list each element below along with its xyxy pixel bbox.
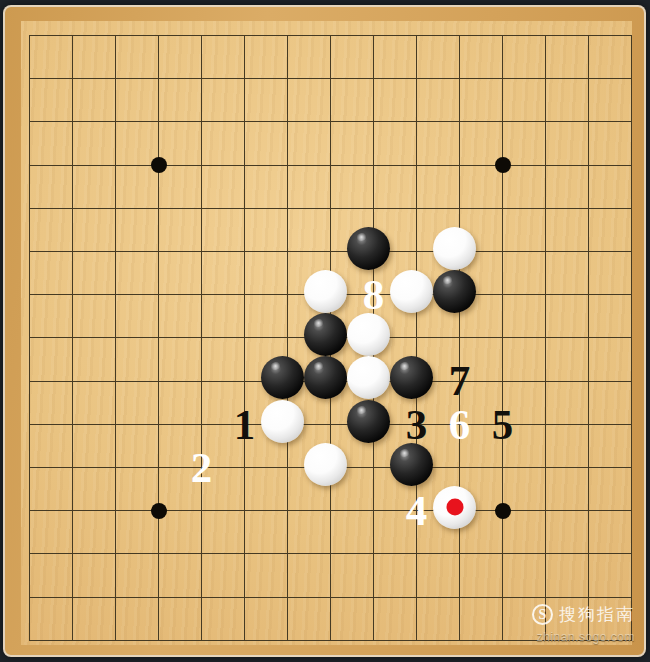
- white-stone: [347, 313, 390, 356]
- black-stone: [390, 356, 433, 399]
- black-stone: [433, 270, 476, 313]
- move-label-8: 8: [363, 273, 385, 316]
- move-label-5: 5: [492, 403, 514, 446]
- sogou-logo-icon: S: [532, 604, 553, 625]
- last-move-red-dot: [446, 499, 463, 516]
- white-stone: [261, 400, 304, 443]
- move-label-6: 6: [449, 403, 471, 446]
- white-stone: [304, 270, 347, 313]
- move-label-3: 3: [406, 403, 428, 446]
- move-label-1: 1: [234, 403, 256, 446]
- watermark: S 搜狗指南 zhinan.sogo.com: [532, 603, 635, 644]
- white-stone: [390, 270, 433, 313]
- move-label-7: 7: [449, 359, 471, 402]
- watermark-brand: 搜狗指南: [559, 603, 635, 626]
- black-stone: [261, 356, 304, 399]
- watermark-url: zhinan.sogo.com: [537, 630, 635, 644]
- black-stone: [390, 443, 433, 486]
- black-stone: [347, 400, 390, 443]
- move-label-4: 4: [406, 489, 428, 532]
- pieces-layer: 12345678: [8, 14, 650, 662]
- white-stone: [433, 486, 476, 529]
- gomoku-board[interactable]: 12345678 S 搜狗指南 zhinan.sogo.com: [3, 5, 646, 657]
- white-stone: [347, 356, 390, 399]
- black-stone: [347, 227, 390, 270]
- black-stone: [304, 313, 347, 356]
- black-stone: [304, 356, 347, 399]
- white-stone: [304, 443, 347, 486]
- white-stone: [433, 227, 476, 270]
- move-label-2: 2: [191, 446, 213, 489]
